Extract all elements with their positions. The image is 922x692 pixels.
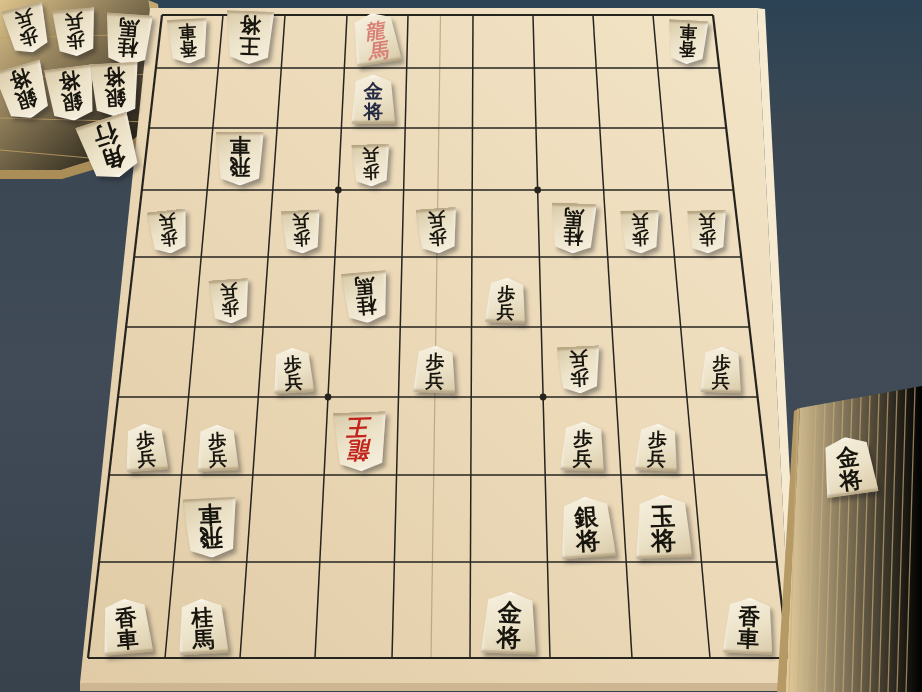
left-stand-koma-2-桂馬[interactable]: 桂馬	[105, 14, 151, 66]
koma-kanji: 馬	[354, 275, 376, 297]
koma-face: 歩兵	[123, 423, 168, 473]
koma-kanji: 兵	[632, 212, 650, 230]
koma-face: 歩兵	[281, 209, 322, 254]
koma-kanji: 兵	[158, 211, 177, 230]
koma-face: 金将	[819, 434, 879, 499]
koma-kanji: 馬	[192, 628, 215, 651]
koma-9a-香車[interactable]: 香車	[168, 19, 208, 64]
koma-face: 歩兵	[52, 8, 98, 59]
koma-face: 龍馬	[349, 10, 402, 67]
koma-face: 歩兵	[413, 345, 457, 394]
koma-face: 歩兵	[208, 277, 251, 324]
koma-kanji: 兵	[712, 372, 731, 391]
koma-3d-桂馬[interactable]: 桂馬	[551, 203, 596, 253]
koma-kanji: 将	[838, 467, 864, 493]
koma-kanji: 兵	[569, 348, 589, 368]
koma-face: 金将	[351, 75, 395, 124]
koma-kanji: 飛	[230, 157, 251, 178]
koma-face: 桂馬	[341, 270, 391, 325]
koma-9i-香車[interactable]: 香車	[102, 599, 151, 654]
koma-kanji: 車	[736, 628, 759, 651]
koma-kanji: 兵	[698, 212, 716, 230]
koma-kanji: 兵	[427, 210, 446, 229]
koma-6g-龍王[interactable]: 龍王	[334, 412, 387, 471]
koma-kanji: 兵	[13, 8, 35, 30]
koma-face: 金将	[481, 591, 538, 655]
koma-face: 香車	[166, 18, 208, 65]
koma-face: 桂馬	[177, 597, 229, 655]
koma-kanji: 兵	[208, 450, 227, 469]
koma-kanji: 兵	[64, 12, 84, 32]
koma-face: 歩兵	[485, 277, 528, 324]
left-stand-koma-0-歩兵[interactable]: 歩兵	[6, 6, 48, 53]
pieces-layer: 香車王将龍馬香車金将飛車歩兵歩兵歩兵歩兵桂馬歩兵歩兵歩兵桂馬歩兵歩兵歩兵歩兵歩兵…	[0, 0, 922, 692]
koma-5f-歩兵[interactable]: 歩兵	[414, 346, 456, 393]
koma-face: 玉将	[634, 494, 693, 559]
koma-2d-歩兵[interactable]: 歩兵	[621, 210, 660, 253]
koma-kanji: 馬	[118, 17, 140, 39]
koma-face: 桂馬	[103, 13, 152, 68]
koma-8a-王将[interactable]: 王将	[226, 11, 273, 64]
koma-face: 歩兵	[1, 2, 53, 58]
koma-kanji: 将	[103, 66, 125, 88]
koma-kanji: 将	[651, 529, 677, 555]
koma-kanji: 兵	[219, 281, 238, 300]
koma-8c-飛車[interactable]: 飛車	[216, 132, 264, 186]
koma-4i-金将[interactable]: 金将	[482, 592, 537, 654]
koma-kanji: 歩	[699, 229, 717, 247]
koma-kanji: 歩	[66, 30, 86, 50]
koma-kanji: 馬	[366, 39, 389, 62]
koma-kanji: 馬	[564, 205, 584, 225]
koma-2h-玉将[interactable]: 玉将	[635, 495, 691, 558]
koma-face: 歩兵	[415, 206, 459, 254]
koma-kanji: 金	[364, 82, 383, 101]
koma-kanji: 将	[497, 625, 522, 650]
koma-face: 歩兵	[560, 421, 606, 472]
left-stand-koma-5-銀将[interactable]: 銀将	[91, 63, 139, 117]
koma-face: 角行	[75, 111, 145, 185]
koma-kanji: 将	[240, 14, 261, 35]
koma-face: 龍王	[333, 411, 388, 472]
koma-face: 歩兵	[687, 209, 727, 254]
koma-6a-龍馬[interactable]: 龍馬	[353, 13, 398, 64]
koma-kanji: 兵	[137, 449, 157, 469]
koma-face: 歩兵	[621, 209, 661, 254]
koma-8g-歩兵[interactable]: 歩兵	[197, 425, 238, 471]
koma-face: 歩兵	[351, 143, 390, 187]
koma-kanji: 車	[230, 136, 251, 157]
koma-face: 香車	[667, 19, 709, 65]
koma-face: 飛車	[182, 497, 238, 559]
koma-kanji: 兵	[292, 212, 310, 230]
koma-9g-歩兵[interactable]: 歩兵	[125, 424, 167, 471]
koma-face: 香車	[722, 597, 775, 655]
koma-3f-歩兵[interactable]: 歩兵	[558, 346, 600, 393]
koma-7d-歩兵[interactable]: 歩兵	[282, 210, 321, 253]
koma-kanji: 兵	[647, 449, 666, 469]
right-stand-koma-0-金将[interactable]: 金将	[823, 437, 875, 495]
koma-face: 王将	[226, 10, 275, 65]
koma-6c-歩兵[interactable]: 歩兵	[352, 144, 390, 186]
koma-kanji: 兵	[496, 302, 515, 321]
koma-face: 歩兵	[196, 424, 239, 472]
koma-kanji: 車	[116, 628, 139, 651]
left-stand-koma-4-銀将[interactable]: 銀将	[47, 67, 95, 121]
koma-4e-歩兵[interactable]: 歩兵	[486, 278, 526, 323]
koma-9d-歩兵[interactable]: 歩兵	[149, 210, 188, 253]
koma-face: 銀将	[90, 62, 141, 118]
koma-face: 香車	[100, 597, 154, 656]
koma-7f-歩兵[interactable]: 歩兵	[273, 348, 313, 393]
koma-3g-歩兵[interactable]: 歩兵	[561, 422, 605, 471]
koma-face: 歩兵	[272, 347, 315, 394]
koma-kanji: 車	[197, 501, 222, 526]
koma-kanji: 将	[58, 69, 82, 93]
koma-face: 飛車	[216, 132, 264, 186]
koma-kanji: 桂	[117, 37, 139, 59]
koma-5d-歩兵[interactable]: 歩兵	[417, 208, 457, 253]
koma-kanji: 龍	[349, 438, 373, 462]
koma-kanji: 王	[348, 415, 372, 439]
koma-kanji: 兵	[425, 371, 444, 390]
koma-kanji: 香	[179, 39, 197, 57]
koma-face: 歩兵	[557, 345, 602, 395]
koma-3h-銀将[interactable]: 銀将	[560, 497, 614, 558]
koma-6e-桂馬[interactable]: 桂馬	[343, 272, 388, 323]
koma-face: 桂馬	[550, 202, 597, 254]
koma-kanji: 兵	[362, 146, 379, 163]
koma-kanji: 将	[7, 66, 33, 92]
koma-1i-香車[interactable]: 香車	[724, 598, 774, 654]
koma-face: 歩兵	[635, 423, 680, 472]
koma-kanji: 将	[364, 102, 383, 121]
left-stand-koma-1-歩兵[interactable]: 歩兵	[54, 9, 96, 56]
koma-8h-飛車[interactable]: 飛車	[184, 498, 237, 558]
koma-face: 歩兵	[146, 208, 189, 255]
koma-face: 歩兵	[701, 346, 743, 393]
koma-kanji: 兵	[572, 448, 592, 468]
koma-kanji: 車	[680, 22, 698, 40]
koma-2g-歩兵[interactable]: 歩兵	[636, 424, 678, 471]
koma-face: 銀将	[557, 495, 615, 559]
koma-8i-桂馬[interactable]: 桂馬	[178, 599, 227, 654]
koma-kanji: 歩	[632, 229, 650, 247]
left-stand-koma-3-銀将[interactable]: 銀将	[0, 65, 48, 119]
koma-kanji: 将	[575, 529, 600, 554]
koma-8e-歩兵[interactable]: 歩兵	[210, 279, 250, 323]
koma-kanji: 行	[91, 119, 121, 149]
koma-face: 銀将	[44, 64, 98, 123]
koma-kanji: 車	[178, 22, 196, 40]
koma-6b-金将[interactable]: 金将	[351, 75, 395, 124]
shogi-scene: 香車王将龍馬香車金将飛車歩兵歩兵歩兵歩兵桂馬歩兵歩兵歩兵桂馬歩兵歩兵歩兵歩兵歩兵…	[0, 0, 922, 692]
koma-kanji: 銀	[104, 87, 126, 109]
koma-1d-歩兵[interactable]: 歩兵	[688, 210, 727, 253]
koma-1a-香車[interactable]: 香車	[668, 20, 707, 64]
left-stand-koma-6-角行[interactable]: 角行	[83, 118, 137, 178]
koma-kanji: 兵	[285, 372, 304, 391]
koma-1f-歩兵[interactable]: 歩兵	[701, 347, 742, 393]
